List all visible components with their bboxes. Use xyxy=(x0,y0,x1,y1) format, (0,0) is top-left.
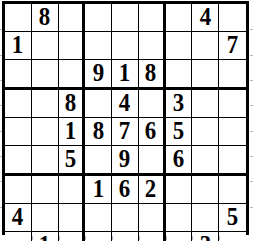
cell-r6c6[interactable] xyxy=(139,146,166,176)
cell-r2c8[interactable] xyxy=(192,32,219,60)
cell-r1c2[interactable]: 8 xyxy=(32,4,59,32)
cell-r8c2[interactable] xyxy=(32,204,59,232)
cell-r6c2[interactable] xyxy=(32,146,59,176)
given-digit: 4 xyxy=(119,90,130,117)
cell-r7c8[interactable] xyxy=(192,176,219,204)
cell-r9c5[interactable] xyxy=(112,232,139,241)
given-digit: 6 xyxy=(173,146,184,173)
gridline-artifact xyxy=(250,207,253,208)
cell-r8c1[interactable]: 4 xyxy=(5,204,32,232)
gridline-artifact xyxy=(166,236,167,240)
cell-r7c6[interactable]: 2 xyxy=(139,176,166,204)
given-digit: 3 xyxy=(173,90,184,117)
gridline-artifact xyxy=(0,131,2,132)
gridline-artifact xyxy=(0,105,2,106)
cell-r4c9[interactable] xyxy=(219,90,246,118)
cell-r7c1[interactable] xyxy=(5,176,32,204)
gridline-artifact xyxy=(219,236,220,240)
cell-r3c1[interactable] xyxy=(5,60,32,90)
cell-r2c2[interactable] xyxy=(32,32,59,60)
cell-r9c2[interactable]: 1 xyxy=(32,232,59,241)
sudoku-page: 8417918843187655961624513 xyxy=(0,0,253,241)
cell-r8c4[interactable] xyxy=(85,204,112,232)
cell-r9c4[interactable] xyxy=(85,232,112,241)
cell-r2c3[interactable] xyxy=(59,32,86,60)
gridline-artifact xyxy=(250,131,253,132)
cell-r6c7[interactable]: 6 xyxy=(166,146,193,176)
cell-r1c6[interactable] xyxy=(139,4,166,32)
cell-r7c2[interactable] xyxy=(32,176,59,204)
cell-r6c8[interactable] xyxy=(192,146,219,176)
gridline-artifact xyxy=(0,55,2,56)
cell-r6c1[interactable] xyxy=(5,146,32,176)
gridline-artifact xyxy=(112,236,113,240)
cell-r8c8[interactable] xyxy=(192,204,219,232)
given-digit: 1 xyxy=(12,32,23,59)
given-digit: 1 xyxy=(65,118,76,145)
given-digit: 8 xyxy=(145,60,156,87)
gridline-artifact xyxy=(250,181,253,182)
cell-r3c5[interactable]: 1 xyxy=(112,60,139,90)
cell-r9c1[interactable] xyxy=(5,232,32,241)
cell-r1c5[interactable] xyxy=(112,4,139,32)
cell-r2c7[interactable] xyxy=(166,32,193,60)
gridline-artifact xyxy=(139,236,140,240)
given-digit: 8 xyxy=(39,4,50,31)
cell-r4c4[interactable] xyxy=(85,90,112,118)
given-digit: 2 xyxy=(145,176,156,203)
cell-r5c9[interactable] xyxy=(219,118,246,146)
cell-r2c1[interactable]: 1 xyxy=(5,32,32,60)
cell-r7c9[interactable] xyxy=(219,176,246,204)
gridline-artifact xyxy=(0,156,2,157)
gridline-artifact xyxy=(59,236,60,240)
cell-r7c3[interactable] xyxy=(59,176,86,204)
gridline-artifact xyxy=(32,236,33,240)
given-digit: 8 xyxy=(92,118,103,145)
given-digit: 6 xyxy=(145,118,156,145)
cell-r4c1[interactable] xyxy=(5,90,32,118)
given-digit: 8 xyxy=(65,90,76,117)
cell-r9c3[interactable] xyxy=(59,232,86,241)
cell-r5c3[interactable]: 1 xyxy=(59,118,86,146)
gridline-artifact xyxy=(250,55,253,56)
cell-r2c9[interactable]: 7 xyxy=(219,32,246,60)
cell-r2c6[interactable] xyxy=(139,32,166,60)
cell-r9c8[interactable]: 3 xyxy=(192,232,219,241)
cell-r9c6[interactable] xyxy=(139,232,166,241)
cell-r1c8[interactable]: 4 xyxy=(192,4,219,32)
cell-r4c7[interactable]: 3 xyxy=(166,90,193,118)
cell-r5c6[interactable]: 6 xyxy=(139,118,166,146)
given-digit: 3 xyxy=(200,232,211,241)
cell-r5c4[interactable]: 8 xyxy=(85,118,112,146)
cell-r5c1[interactable] xyxy=(5,118,32,146)
gridline-artifact xyxy=(192,236,193,240)
cell-r2c4[interactable] xyxy=(85,32,112,60)
cell-r4c6[interactable] xyxy=(139,90,166,118)
cell-r4c5[interactable]: 4 xyxy=(112,90,139,118)
cell-r3c6[interactable]: 8 xyxy=(139,60,166,90)
gridline-artifact xyxy=(250,80,253,81)
gridline-artifact xyxy=(0,181,2,182)
given-digit: 5 xyxy=(173,118,184,145)
gridline-artifact xyxy=(0,207,2,208)
gridline-artifact xyxy=(250,29,253,30)
cell-r6c5[interactable]: 9 xyxy=(112,146,139,176)
given-digit: 9 xyxy=(119,146,130,173)
given-digit: 5 xyxy=(65,146,76,173)
given-digit: 5 xyxy=(227,204,238,231)
given-digit: 6 xyxy=(119,176,130,203)
cell-r8c6[interactable] xyxy=(139,204,166,232)
cell-r5c2[interactable] xyxy=(32,118,59,146)
cell-r8c9[interactable]: 5 xyxy=(219,204,246,232)
cell-r1c1[interactable] xyxy=(5,4,32,32)
cell-r8c5[interactable] xyxy=(112,204,139,232)
cell-r4c2[interactable] xyxy=(32,90,59,118)
cell-r6c9[interactable] xyxy=(219,146,246,176)
cell-r3c3[interactable] xyxy=(59,60,86,90)
gridline-artifact xyxy=(0,29,2,30)
given-digit: 7 xyxy=(227,32,238,59)
sudoku-board: 8417918843187655961624513 xyxy=(2,1,249,235)
cell-r6c4[interactable] xyxy=(85,146,112,176)
given-digit: 7 xyxy=(119,118,130,145)
cell-r1c4[interactable] xyxy=(85,4,112,32)
gridline-artifact xyxy=(250,105,253,106)
gridline-artifact xyxy=(0,80,2,81)
cell-r5c7[interactable]: 5 xyxy=(166,118,193,146)
cell-r3c9[interactable] xyxy=(219,60,246,90)
cell-r5c5[interactable]: 7 xyxy=(112,118,139,146)
cell-r3c7[interactable] xyxy=(166,60,193,90)
cell-r1c7[interactable] xyxy=(166,4,193,32)
gridline-artifact xyxy=(85,236,86,240)
cell-r5c8[interactable] xyxy=(192,118,219,146)
cell-r2c5[interactable] xyxy=(112,32,139,60)
cell-r9c9[interactable] xyxy=(219,232,246,241)
cell-r3c2[interactable] xyxy=(32,60,59,90)
given-digit: 1 xyxy=(39,232,50,241)
given-digit: 1 xyxy=(119,60,130,87)
cell-r7c5[interactable]: 6 xyxy=(112,176,139,204)
given-digit: 4 xyxy=(200,4,211,31)
cell-r4c8[interactable] xyxy=(192,90,219,118)
cell-r4c3[interactable]: 8 xyxy=(59,90,86,118)
cell-r1c9[interactable] xyxy=(219,4,246,32)
cell-r3c8[interactable] xyxy=(192,60,219,90)
cell-r8c3[interactable] xyxy=(59,204,86,232)
given-digit: 1 xyxy=(92,176,103,203)
gridline-artifact xyxy=(250,156,253,157)
given-digit: 4 xyxy=(12,204,23,231)
cell-r7c4[interactable]: 1 xyxy=(85,176,112,204)
given-digit: 9 xyxy=(92,60,103,87)
cell-r7c7[interactable] xyxy=(166,176,193,204)
cell-r3c4[interactable]: 9 xyxy=(85,60,112,90)
cell-r8c7[interactable] xyxy=(166,204,193,232)
cell-r6c3[interactable]: 5 xyxy=(59,146,86,176)
cell-r9c7[interactable] xyxy=(166,232,193,241)
cell-r1c3[interactable] xyxy=(59,4,86,32)
